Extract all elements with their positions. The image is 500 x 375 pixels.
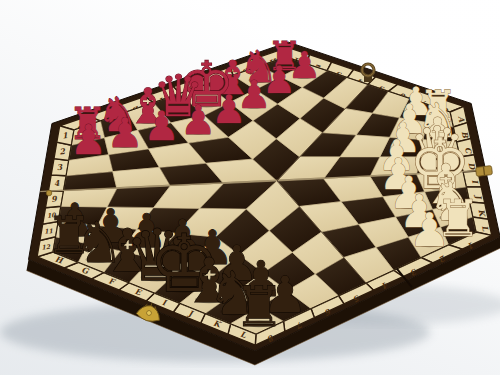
three-player-chess-photo: DCBAEFGH12345678ABCDIJKL12345678LKJIEFGH…: [0, 0, 500, 375]
black-rook[interactable]: ♜: [234, 274, 284, 339]
red-pawn[interactable]: ♟: [180, 97, 216, 143]
red-pawn[interactable]: ♟: [70, 116, 107, 164]
red-pawn[interactable]: ♟: [107, 109, 144, 157]
red-pawn[interactable]: ♟: [143, 103, 179, 150]
white-pawn[interactable]: ♟: [409, 203, 451, 257]
brass-pin-icon: [46, 190, 52, 196]
chess-board-svg: DCBAEFGH12345678ABCDIJKL12345678LKJIEFGH…: [0, 0, 500, 375]
red-pawn[interactable]: ♟: [211, 86, 246, 132]
brass-hinge-icon: [476, 166, 493, 177]
